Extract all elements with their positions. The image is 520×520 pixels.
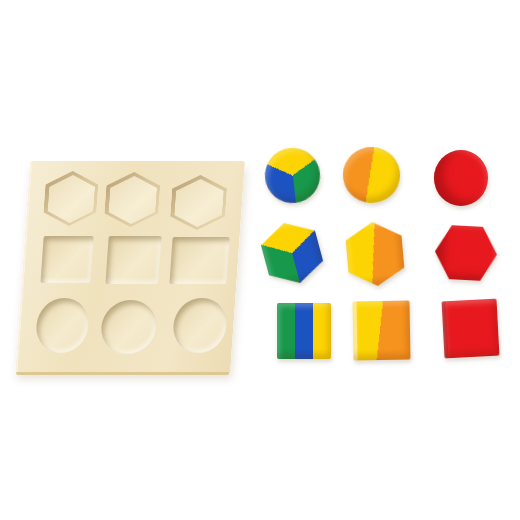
piece-square-halves-yellow-orange-face bbox=[352, 301, 410, 361]
piece-square-solid-red[interactable] bbox=[442, 299, 500, 359]
piece-hexagon-halves-yellow-orange[interactable] bbox=[344, 220, 405, 289]
piece-hexagon-solid-red-face bbox=[434, 224, 499, 281]
pieces-area bbox=[0, 0, 520, 520]
piece-hexagon-halves-yellow-orange-face bbox=[344, 220, 405, 289]
piece-hexagon-thirds-yellow-blue-green[interactable] bbox=[257, 216, 327, 290]
piece-hexagon-solid-red[interactable] bbox=[434, 224, 499, 281]
piece-square-thirds-green-blue-yellow-face bbox=[277, 303, 331, 359]
piece-square-halves-yellow-orange[interactable] bbox=[352, 301, 410, 361]
piece-square-thirds-green-blue-yellow[interactable] bbox=[277, 303, 331, 359]
piece-circle-solid-red[interactable] bbox=[434, 150, 488, 206]
piece-circle-thirds-yellow-green-blue[interactable] bbox=[262, 145, 322, 205]
piece-circle-thirds-yellow-green-blue-face bbox=[262, 145, 322, 205]
piece-circle-halves-orange-yellow-face bbox=[342, 146, 401, 204]
scene bbox=[0, 0, 520, 520]
piece-hexagon-thirds-yellow-blue-green-face bbox=[257, 216, 327, 290]
piece-square-solid-red-face bbox=[442, 299, 500, 359]
piece-circle-halves-orange-yellow[interactable] bbox=[342, 146, 401, 204]
piece-circle-solid-red-face bbox=[434, 150, 488, 206]
